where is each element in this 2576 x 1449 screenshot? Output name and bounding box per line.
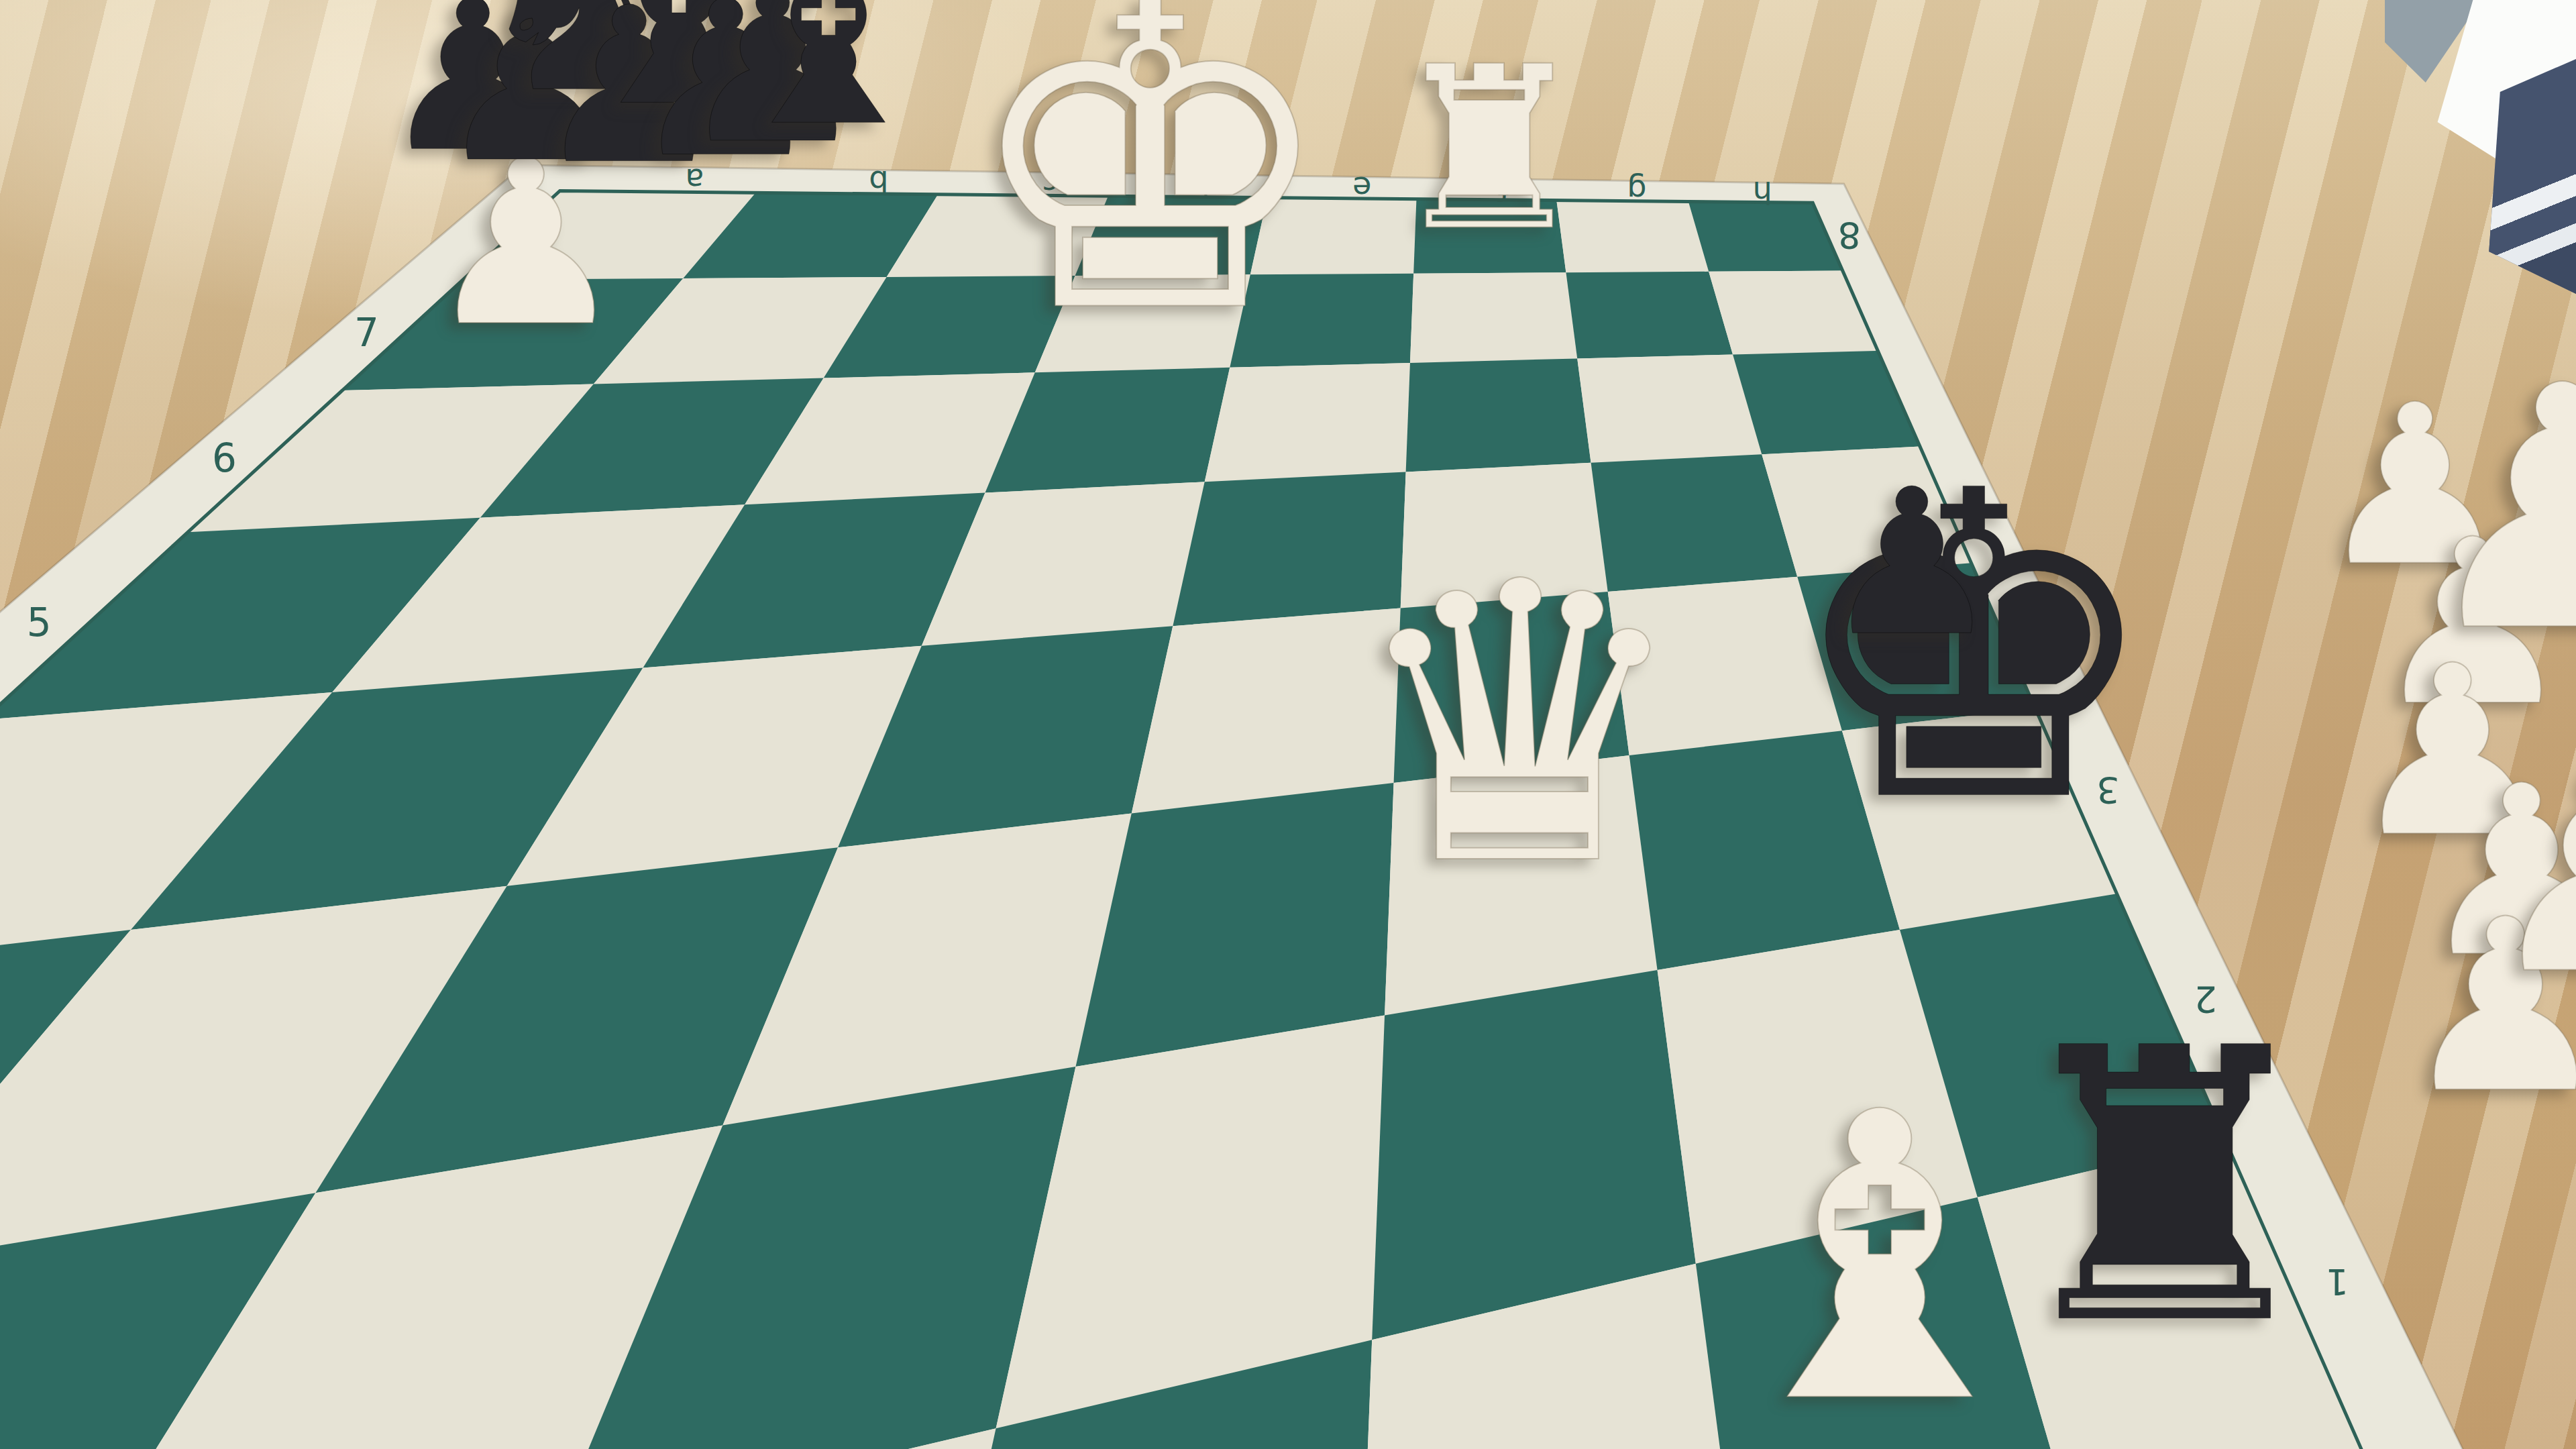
file-label-g: g (1627, 172, 1646, 209)
square-f7[interactable] (1410, 272, 1577, 363)
rank-label-right-8: 8 (1838, 214, 1861, 256)
captured-white-pawn-5[interactable]: ♟ (2412, 342, 2576, 678)
piece-white-king-d7[interactable]: ♚ (961, 0, 1340, 371)
piece-black-rook-h1[interactable]: ♜ (1996, 1000, 2333, 1375)
rank-label-left-5: 5 (27, 600, 52, 645)
file-label-e: e (1352, 170, 1371, 206)
square-f6[interactable] (1406, 358, 1591, 472)
photo-stage: abcdefgh76543285321 ♚♛♜♝♟♚♜♟♟♟♞♟♝♟♟♝♟♟♟♟… (0, 0, 2576, 1449)
rank-label-left-7: 7 (354, 310, 379, 356)
piece-black-pawn-h4[interactable]: ♟ (1822, 463, 2002, 664)
square-g6[interactable] (1577, 354, 1762, 462)
captured-black-bishop-7[interactable]: ♝ (720, 0, 937, 160)
rank-label-left-6: 6 (212, 435, 237, 481)
piece-white-queen-f3[interactable]: ♛ (1346, 533, 1692, 918)
square-g7[interactable] (1566, 272, 1733, 359)
captured-white-pawn-6[interactable]: ♟ (2481, 731, 2576, 1013)
piece-white-rook-f8[interactable]: ♜ (1389, 37, 1590, 262)
file-label-h: h (1753, 174, 1772, 211)
